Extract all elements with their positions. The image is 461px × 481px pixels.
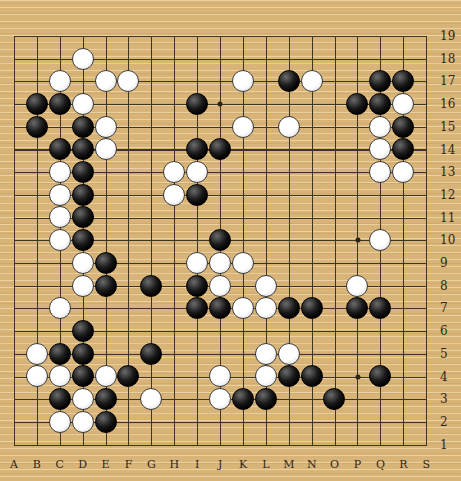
- intersection-S17[interactable]: [415, 70, 438, 93]
- intersection-B12[interactable]: [25, 183, 48, 206]
- intersection-G1[interactable]: [140, 433, 163, 456]
- intersection-R14[interactable]: [392, 138, 415, 161]
- intersection-L11[interactable]: [254, 206, 277, 229]
- intersection-E16[interactable]: [94, 93, 117, 116]
- intersection-R17[interactable]: [392, 70, 415, 93]
- intersection-S6[interactable]: [415, 320, 438, 343]
- intersection-N13[interactable]: [300, 161, 323, 184]
- intersection-F4[interactable]: [117, 365, 140, 388]
- intersection-O6[interactable]: [323, 320, 346, 343]
- intersection-D14[interactable]: [71, 138, 94, 161]
- intersection-B11[interactable]: [25, 206, 48, 229]
- intersection-H13[interactable]: [163, 161, 186, 184]
- intersection-M11[interactable]: [277, 206, 300, 229]
- intersection-I7[interactable]: [186, 297, 209, 320]
- intersection-D5[interactable]: [71, 342, 94, 365]
- intersection-L15[interactable]: [254, 115, 277, 138]
- intersection-H7[interactable]: [163, 297, 186, 320]
- intersection-S1[interactable]: [415, 433, 438, 456]
- intersection-I10[interactable]: [186, 229, 209, 252]
- intersection-E14[interactable]: [94, 138, 117, 161]
- intersection-C4[interactable]: [48, 365, 71, 388]
- intersection-N14[interactable]: [300, 138, 323, 161]
- intersection-A19[interactable]: [3, 25, 26, 48]
- intersection-H11[interactable]: [163, 206, 186, 229]
- intersection-I16[interactable]: [186, 93, 209, 116]
- intersection-K12[interactable]: [231, 183, 254, 206]
- intersection-R18[interactable]: [392, 47, 415, 70]
- intersection-B9[interactable]: [25, 252, 48, 275]
- intersection-M9[interactable]: [277, 252, 300, 275]
- intersection-J19[interactable]: [209, 25, 232, 48]
- intersection-J17[interactable]: [209, 70, 232, 93]
- intersection-E18[interactable]: [94, 47, 117, 70]
- intersection-A12[interactable]: [3, 183, 26, 206]
- intersection-O7[interactable]: [323, 297, 346, 320]
- intersection-D18[interactable]: [71, 47, 94, 70]
- intersection-H15[interactable]: [163, 115, 186, 138]
- intersection-Q17[interactable]: [369, 70, 392, 93]
- intersection-S19[interactable]: [415, 25, 438, 48]
- intersection-N2[interactable]: [300, 410, 323, 433]
- intersection-J12[interactable]: [209, 183, 232, 206]
- intersection-S2[interactable]: [415, 410, 438, 433]
- intersection-I2[interactable]: [186, 410, 209, 433]
- intersection-I19[interactable]: [186, 25, 209, 48]
- intersection-C5[interactable]: [48, 342, 71, 365]
- intersection-D8[interactable]: [71, 274, 94, 297]
- intersection-F12[interactable]: [117, 183, 140, 206]
- intersection-N16[interactable]: [300, 93, 323, 116]
- intersection-H1[interactable]: [163, 433, 186, 456]
- intersection-R10[interactable]: [392, 229, 415, 252]
- intersection-M7[interactable]: [277, 297, 300, 320]
- intersection-E8[interactable]: [94, 274, 117, 297]
- intersection-L4[interactable]: [254, 365, 277, 388]
- intersection-R6[interactable]: [392, 320, 415, 343]
- intersection-C1[interactable]: [48, 433, 71, 456]
- intersection-G7[interactable]: [140, 297, 163, 320]
- intersection-F14[interactable]: [117, 138, 140, 161]
- intersection-A4[interactable]: [3, 365, 26, 388]
- intersection-N11[interactable]: [300, 206, 323, 229]
- intersection-F5[interactable]: [117, 342, 140, 365]
- intersection-J5[interactable]: [209, 342, 232, 365]
- intersection-H17[interactable]: [163, 70, 186, 93]
- intersection-R9[interactable]: [392, 252, 415, 275]
- intersection-H3[interactable]: [163, 388, 186, 411]
- intersection-Q19[interactable]: [369, 25, 392, 48]
- intersection-M18[interactable]: [277, 47, 300, 70]
- intersection-R4[interactable]: [392, 365, 415, 388]
- intersection-I18[interactable]: [186, 47, 209, 70]
- intersection-H6[interactable]: [163, 320, 186, 343]
- intersection-L17[interactable]: [254, 70, 277, 93]
- intersection-A18[interactable]: [3, 47, 26, 70]
- intersection-G2[interactable]: [140, 410, 163, 433]
- intersection-O12[interactable]: [323, 183, 346, 206]
- intersection-S13[interactable]: [415, 161, 438, 184]
- intersection-E7[interactable]: [94, 297, 117, 320]
- intersection-M12[interactable]: [277, 183, 300, 206]
- intersection-E3[interactable]: [94, 388, 117, 411]
- intersection-C6[interactable]: [48, 320, 71, 343]
- intersection-G18[interactable]: [140, 47, 163, 70]
- intersection-O5[interactable]: [323, 342, 346, 365]
- intersection-L5[interactable]: [254, 342, 277, 365]
- intersection-G13[interactable]: [140, 161, 163, 184]
- intersection-Q7[interactable]: [369, 297, 392, 320]
- intersection-K15[interactable]: [231, 115, 254, 138]
- intersection-F19[interactable]: [117, 25, 140, 48]
- intersection-N18[interactable]: [300, 47, 323, 70]
- intersection-O9[interactable]: [323, 252, 346, 275]
- intersection-K18[interactable]: [231, 47, 254, 70]
- intersection-F11[interactable]: [117, 206, 140, 229]
- intersection-P12[interactable]: [346, 183, 369, 206]
- intersection-P9[interactable]: [346, 252, 369, 275]
- intersection-R2[interactable]: [392, 410, 415, 433]
- intersection-M14[interactable]: [277, 138, 300, 161]
- intersection-R15[interactable]: [392, 115, 415, 138]
- intersection-J15[interactable]: [209, 115, 232, 138]
- intersection-H12[interactable]: [163, 183, 186, 206]
- intersection-K16[interactable]: [231, 93, 254, 116]
- intersection-O2[interactable]: [323, 410, 346, 433]
- intersection-O11[interactable]: [323, 206, 346, 229]
- intersection-K10[interactable]: [231, 229, 254, 252]
- intersection-G9[interactable]: [140, 252, 163, 275]
- intersection-J9[interactable]: [209, 252, 232, 275]
- intersection-A1[interactable]: [3, 433, 26, 456]
- intersection-H10[interactable]: [163, 229, 186, 252]
- intersection-F15[interactable]: [117, 115, 140, 138]
- intersection-Q2[interactable]: [369, 410, 392, 433]
- intersection-B7[interactable]: [25, 297, 48, 320]
- intersection-I15[interactable]: [186, 115, 209, 138]
- intersection-M3[interactable]: [277, 388, 300, 411]
- intersection-O1[interactable]: [323, 433, 346, 456]
- intersection-F2[interactable]: [117, 410, 140, 433]
- intersection-G16[interactable]: [140, 93, 163, 116]
- intersection-B8[interactable]: [25, 274, 48, 297]
- intersection-I14[interactable]: [186, 138, 209, 161]
- intersection-Q14[interactable]: [369, 138, 392, 161]
- intersection-Q12[interactable]: [369, 183, 392, 206]
- intersection-Q11[interactable]: [369, 206, 392, 229]
- intersection-G12[interactable]: [140, 183, 163, 206]
- intersection-M6[interactable]: [277, 320, 300, 343]
- intersection-A8[interactable]: [3, 274, 26, 297]
- intersection-L13[interactable]: [254, 161, 277, 184]
- intersection-H19[interactable]: [163, 25, 186, 48]
- intersection-F10[interactable]: [117, 229, 140, 252]
- intersection-Q15[interactable]: [369, 115, 392, 138]
- intersection-R8[interactable]: [392, 274, 415, 297]
- intersection-K6[interactable]: [231, 320, 254, 343]
- intersection-N9[interactable]: [300, 252, 323, 275]
- intersection-P11[interactable]: [346, 206, 369, 229]
- intersection-J3[interactable]: [209, 388, 232, 411]
- intersection-B15[interactable]: [25, 115, 48, 138]
- intersection-C19[interactable]: [48, 25, 71, 48]
- intersection-M19[interactable]: [277, 25, 300, 48]
- intersection-O19[interactable]: [323, 25, 346, 48]
- intersection-P18[interactable]: [346, 47, 369, 70]
- intersection-G19[interactable]: [140, 25, 163, 48]
- intersection-K4[interactable]: [231, 365, 254, 388]
- intersection-G10[interactable]: [140, 229, 163, 252]
- intersection-D16[interactable]: [71, 93, 94, 116]
- intersection-S15[interactable]: [415, 115, 438, 138]
- intersection-K19[interactable]: [231, 25, 254, 48]
- intersection-R12[interactable]: [392, 183, 415, 206]
- intersection-S8[interactable]: [415, 274, 438, 297]
- intersection-R1[interactable]: [392, 433, 415, 456]
- intersection-J18[interactable]: [209, 47, 232, 70]
- intersection-M4[interactable]: [277, 365, 300, 388]
- intersection-Q13[interactable]: [369, 161, 392, 184]
- intersection-J2[interactable]: [209, 410, 232, 433]
- intersection-L10[interactable]: [254, 229, 277, 252]
- intersection-P15[interactable]: [346, 115, 369, 138]
- intersection-I13[interactable]: [186, 161, 209, 184]
- intersection-O17[interactable]: [323, 70, 346, 93]
- intersection-P14[interactable]: [346, 138, 369, 161]
- intersection-K14[interactable]: [231, 138, 254, 161]
- intersection-C7[interactable]: [48, 297, 71, 320]
- intersection-G8[interactable]: [140, 274, 163, 297]
- intersection-I4[interactable]: [186, 365, 209, 388]
- intersection-N17[interactable]: [300, 70, 323, 93]
- intersection-K1[interactable]: [231, 433, 254, 456]
- intersection-P13[interactable]: [346, 161, 369, 184]
- intersection-J4[interactable]: [209, 365, 232, 388]
- intersection-Q10[interactable]: [369, 229, 392, 252]
- intersection-J1[interactable]: [209, 433, 232, 456]
- intersection-L8[interactable]: [254, 274, 277, 297]
- intersection-I8[interactable]: [186, 274, 209, 297]
- intersection-K2[interactable]: [231, 410, 254, 433]
- intersection-M10[interactable]: [277, 229, 300, 252]
- intersection-J16[interactable]: [209, 93, 232, 116]
- intersection-C13[interactable]: [48, 161, 71, 184]
- intersection-B17[interactable]: [25, 70, 48, 93]
- intersection-B19[interactable]: [25, 25, 48, 48]
- intersection-F3[interactable]: [117, 388, 140, 411]
- intersection-A6[interactable]: [3, 320, 26, 343]
- intersection-H8[interactable]: [163, 274, 186, 297]
- intersection-P16[interactable]: [346, 93, 369, 116]
- intersection-O18[interactable]: [323, 47, 346, 70]
- intersection-D1[interactable]: [71, 433, 94, 456]
- intersection-P6[interactable]: [346, 320, 369, 343]
- intersection-Q9[interactable]: [369, 252, 392, 275]
- intersection-F17[interactable]: [117, 70, 140, 93]
- intersection-C17[interactable]: [48, 70, 71, 93]
- intersection-Q1[interactable]: [369, 433, 392, 456]
- intersection-R16[interactable]: [392, 93, 415, 116]
- intersection-N4[interactable]: [300, 365, 323, 388]
- intersection-P19[interactable]: [346, 25, 369, 48]
- intersection-C15[interactable]: [48, 115, 71, 138]
- intersection-F7[interactable]: [117, 297, 140, 320]
- intersection-G17[interactable]: [140, 70, 163, 93]
- intersection-D19[interactable]: [71, 25, 94, 48]
- intersection-S10[interactable]: [415, 229, 438, 252]
- intersection-O15[interactable]: [323, 115, 346, 138]
- intersection-D17[interactable]: [71, 70, 94, 93]
- intersection-C16[interactable]: [48, 93, 71, 116]
- intersection-R19[interactable]: [392, 25, 415, 48]
- intersection-P5[interactable]: [346, 342, 369, 365]
- intersection-C2[interactable]: [48, 410, 71, 433]
- intersection-L16[interactable]: [254, 93, 277, 116]
- intersection-Q6[interactable]: [369, 320, 392, 343]
- intersection-O13[interactable]: [323, 161, 346, 184]
- intersection-Q5[interactable]: [369, 342, 392, 365]
- intersection-F13[interactable]: [117, 161, 140, 184]
- intersection-D10[interactable]: [71, 229, 94, 252]
- intersection-Q16[interactable]: [369, 93, 392, 116]
- intersection-L18[interactable]: [254, 47, 277, 70]
- intersection-L1[interactable]: [254, 433, 277, 456]
- intersection-L14[interactable]: [254, 138, 277, 161]
- intersection-J10[interactable]: [209, 229, 232, 252]
- intersection-C9[interactable]: [48, 252, 71, 275]
- intersection-N15[interactable]: [300, 115, 323, 138]
- intersection-N5[interactable]: [300, 342, 323, 365]
- intersection-O4[interactable]: [323, 365, 346, 388]
- intersection-F18[interactable]: [117, 47, 140, 70]
- intersection-E1[interactable]: [94, 433, 117, 456]
- intersection-P1[interactable]: [346, 433, 369, 456]
- intersection-D15[interactable]: [71, 115, 94, 138]
- intersection-L3[interactable]: [254, 388, 277, 411]
- intersection-L12[interactable]: [254, 183, 277, 206]
- intersection-B13[interactable]: [25, 161, 48, 184]
- intersection-L19[interactable]: [254, 25, 277, 48]
- intersection-C10[interactable]: [48, 229, 71, 252]
- intersection-Q18[interactable]: [369, 47, 392, 70]
- intersection-I1[interactable]: [186, 433, 209, 456]
- intersection-S5[interactable]: [415, 342, 438, 365]
- intersection-E9[interactable]: [94, 252, 117, 275]
- intersection-I9[interactable]: [186, 252, 209, 275]
- intersection-S9[interactable]: [415, 252, 438, 275]
- intersection-E19[interactable]: [94, 25, 117, 48]
- intersection-S4[interactable]: [415, 365, 438, 388]
- intersection-D13[interactable]: [71, 161, 94, 184]
- intersection-P10[interactable]: [346, 229, 369, 252]
- intersection-K3[interactable]: [231, 388, 254, 411]
- intersection-N8[interactable]: [300, 274, 323, 297]
- intersection-P3[interactable]: [346, 388, 369, 411]
- intersection-A9[interactable]: [3, 252, 26, 275]
- intersection-C8[interactable]: [48, 274, 71, 297]
- intersection-A11[interactable]: [3, 206, 26, 229]
- intersection-M16[interactable]: [277, 93, 300, 116]
- intersection-K9[interactable]: [231, 252, 254, 275]
- intersection-M5[interactable]: [277, 342, 300, 365]
- intersection-R11[interactable]: [392, 206, 415, 229]
- intersection-J8[interactable]: [209, 274, 232, 297]
- intersection-Q3[interactable]: [369, 388, 392, 411]
- intersection-A17[interactable]: [3, 70, 26, 93]
- intersection-L2[interactable]: [254, 410, 277, 433]
- intersection-M15[interactable]: [277, 115, 300, 138]
- intersection-O16[interactable]: [323, 93, 346, 116]
- intersection-E10[interactable]: [94, 229, 117, 252]
- intersection-K7[interactable]: [231, 297, 254, 320]
- intersection-M2[interactable]: [277, 410, 300, 433]
- intersection-A14[interactable]: [3, 138, 26, 161]
- intersection-E2[interactable]: [94, 410, 117, 433]
- intersection-N7[interactable]: [300, 297, 323, 320]
- intersection-D9[interactable]: [71, 252, 94, 275]
- intersection-B3[interactable]: [25, 388, 48, 411]
- intersection-C14[interactable]: [48, 138, 71, 161]
- intersection-F9[interactable]: [117, 252, 140, 275]
- intersection-I17[interactable]: [186, 70, 209, 93]
- intersection-M8[interactable]: [277, 274, 300, 297]
- intersection-B10[interactable]: [25, 229, 48, 252]
- intersection-S18[interactable]: [415, 47, 438, 70]
- intersection-O14[interactable]: [323, 138, 346, 161]
- intersection-D12[interactable]: [71, 183, 94, 206]
- intersection-A5[interactable]: [3, 342, 26, 365]
- intersection-E17[interactable]: [94, 70, 117, 93]
- intersection-M17[interactable]: [277, 70, 300, 93]
- intersection-R5[interactable]: [392, 342, 415, 365]
- intersection-B14[interactable]: [25, 138, 48, 161]
- intersection-S16[interactable]: [415, 93, 438, 116]
- intersection-G4[interactable]: [140, 365, 163, 388]
- intersection-E5[interactable]: [94, 342, 117, 365]
- intersection-S7[interactable]: [415, 297, 438, 320]
- intersection-H18[interactable]: [163, 47, 186, 70]
- intersection-K17[interactable]: [231, 70, 254, 93]
- intersection-L6[interactable]: [254, 320, 277, 343]
- intersection-I12[interactable]: [186, 183, 209, 206]
- intersection-C12[interactable]: [48, 183, 71, 206]
- intersection-H14[interactable]: [163, 138, 186, 161]
- intersection-E15[interactable]: [94, 115, 117, 138]
- intersection-D4[interactable]: [71, 365, 94, 388]
- intersection-A16[interactable]: [3, 93, 26, 116]
- intersection-P8[interactable]: [346, 274, 369, 297]
- intersection-J13[interactable]: [209, 161, 232, 184]
- intersection-J7[interactable]: [209, 297, 232, 320]
- intersection-A13[interactable]: [3, 161, 26, 184]
- intersection-B6[interactable]: [25, 320, 48, 343]
- intersection-N1[interactable]: [300, 433, 323, 456]
- intersection-G5[interactable]: [140, 342, 163, 365]
- intersection-A3[interactable]: [3, 388, 26, 411]
- intersection-B4[interactable]: [25, 365, 48, 388]
- intersection-J6[interactable]: [209, 320, 232, 343]
- intersection-E4[interactable]: [94, 365, 117, 388]
- intersection-H2[interactable]: [163, 410, 186, 433]
- intersection-B18[interactable]: [25, 47, 48, 70]
- intersection-L9[interactable]: [254, 252, 277, 275]
- intersection-E12[interactable]: [94, 183, 117, 206]
- intersection-Q8[interactable]: [369, 274, 392, 297]
- intersection-A2[interactable]: [3, 410, 26, 433]
- intersection-C3[interactable]: [48, 388, 71, 411]
- intersection-N19[interactable]: [300, 25, 323, 48]
- intersection-D7[interactable]: [71, 297, 94, 320]
